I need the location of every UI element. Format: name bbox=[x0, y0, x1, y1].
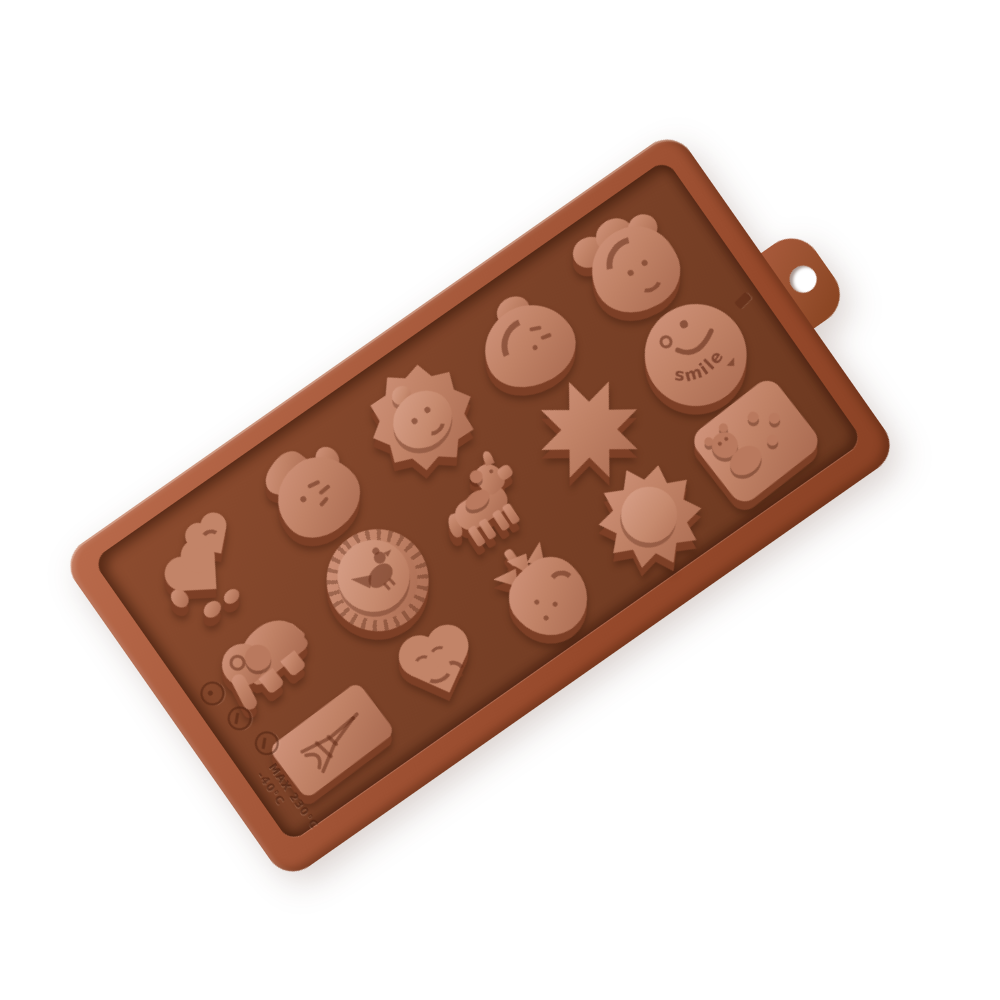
hang-hole bbox=[784, 260, 822, 298]
bird-mark bbox=[725, 357, 737, 368]
chocolate-mold: MAX 230°C -40°C bbox=[60, 129, 901, 883]
eye-ring bbox=[660, 335, 673, 348]
foot-bump bbox=[200, 597, 224, 621]
eye-dot bbox=[679, 319, 689, 329]
icon-mark bbox=[262, 738, 266, 749]
icon-mark bbox=[207, 690, 214, 697]
big-heart bbox=[181, 555, 217, 591]
product-photo: MAX 230°C -40°C bbox=[0, 0, 1000, 1000]
foot-bump bbox=[221, 586, 242, 607]
freezer-safe-icon bbox=[223, 702, 256, 735]
icon-mark bbox=[234, 713, 238, 724]
no-open-flame-icon bbox=[250, 727, 283, 760]
tower-spire bbox=[353, 714, 357, 718]
cavity-grid: smile bbox=[60, 129, 901, 883]
